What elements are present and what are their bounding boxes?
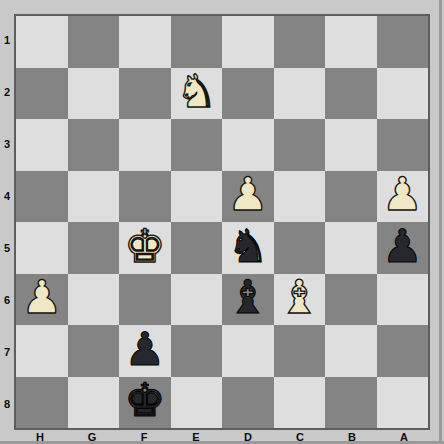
white-pawn[interactable]: ♟ [227,171,268,217]
rank-label-1: 1 [0,14,14,66]
rank-label-3: 3 [0,118,14,170]
square-f1[interactable] [119,16,171,68]
rank-label-5: 5 [0,222,14,274]
square-g8[interactable] [68,377,120,429]
square-d5[interactable]: ♞ [222,222,274,274]
square-c4[interactable] [274,171,326,223]
square-f2[interactable] [119,68,171,120]
square-h3[interactable] [16,119,68,171]
square-f5[interactable]: ♚ [119,222,171,274]
rank-label-7: 7 [0,326,14,378]
square-g1[interactable] [68,16,120,68]
square-b5[interactable] [325,222,377,274]
white-king[interactable]: ♚ [124,223,165,269]
rank-label-6: 6 [0,274,14,326]
square-b6[interactable] [325,274,377,326]
rank-label-4: 4 [0,170,14,222]
square-f3[interactable] [119,119,171,171]
square-d4[interactable]: ♟ [222,171,274,223]
square-d1[interactable] [222,16,274,68]
square-a7[interactable] [377,325,429,377]
square-f4[interactable] [119,171,171,223]
square-g4[interactable] [68,171,120,223]
black-pawn[interactable]: ♟ [124,326,165,372]
square-c7[interactable] [274,325,326,377]
white-knight[interactable]: ♞ [176,68,217,114]
square-g3[interactable] [68,119,120,171]
square-g7[interactable] [68,325,120,377]
square-e5[interactable] [171,222,223,274]
square-e4[interactable] [171,171,223,223]
square-f7[interactable]: ♟ [119,325,171,377]
square-b2[interactable] [325,68,377,120]
square-e2[interactable]: ♞ [171,68,223,120]
square-d7[interactable] [222,325,274,377]
square-c8[interactable] [274,377,326,429]
square-e7[interactable] [171,325,223,377]
square-a2[interactable] [377,68,429,120]
square-b1[interactable] [325,16,377,68]
square-h8[interactable] [16,377,68,429]
black-pawn[interactable]: ♟ [382,223,423,269]
panel-edge-right [439,0,442,444]
black-king[interactable]: ♚ [124,377,165,423]
square-d2[interactable] [222,68,274,120]
white-bishop[interactable]: ♝ [279,274,320,320]
square-e3[interactable] [171,119,223,171]
square-b4[interactable] [325,171,377,223]
square-b3[interactable] [325,119,377,171]
square-h4[interactable] [16,171,68,223]
white-pawn[interactable]: ♟ [21,274,62,320]
square-e6[interactable] [171,274,223,326]
rank-labels: 12345678 [0,14,14,430]
square-a5[interactable]: ♟ [377,222,429,274]
square-a1[interactable] [377,16,429,68]
square-e8[interactable] [171,377,223,429]
square-a3[interactable] [377,119,429,171]
square-a6[interactable] [377,274,429,326]
square-c6[interactable]: ♝ [274,274,326,326]
square-a4[interactable]: ♟ [377,171,429,223]
square-f8[interactable]: ♚ [119,377,171,429]
rank-label-8: 8 [0,378,14,430]
rank-label-2: 2 [0,66,14,118]
square-e1[interactable] [171,16,223,68]
square-c5[interactable] [274,222,326,274]
chess-diagram: 12345678 ♞♟♟♚♞♟♟♝♝♟♚ HGFEDCBA [0,0,444,444]
black-bishop[interactable]: ♝ [227,274,268,320]
square-c1[interactable] [274,16,326,68]
square-g2[interactable] [68,68,120,120]
square-h1[interactable] [16,16,68,68]
square-a8[interactable] [377,377,429,429]
square-b7[interactable] [325,325,377,377]
square-d8[interactable] [222,377,274,429]
white-pawn[interactable]: ♟ [382,171,423,217]
square-f6[interactable] [119,274,171,326]
black-knight[interactable]: ♞ [227,223,268,269]
square-d6[interactable]: ♝ [222,274,274,326]
square-g6[interactable] [68,274,120,326]
square-c3[interactable] [274,119,326,171]
square-g5[interactable] [68,222,120,274]
square-b8[interactable] [325,377,377,429]
square-h7[interactable] [16,325,68,377]
square-h2[interactable] [16,68,68,120]
chess-board[interactable]: ♞♟♟♚♞♟♟♝♝♟♚ [14,14,430,430]
square-h6[interactable]: ♟ [16,274,68,326]
square-c2[interactable] [274,68,326,120]
square-d3[interactable] [222,119,274,171]
square-h5[interactable] [16,222,68,274]
